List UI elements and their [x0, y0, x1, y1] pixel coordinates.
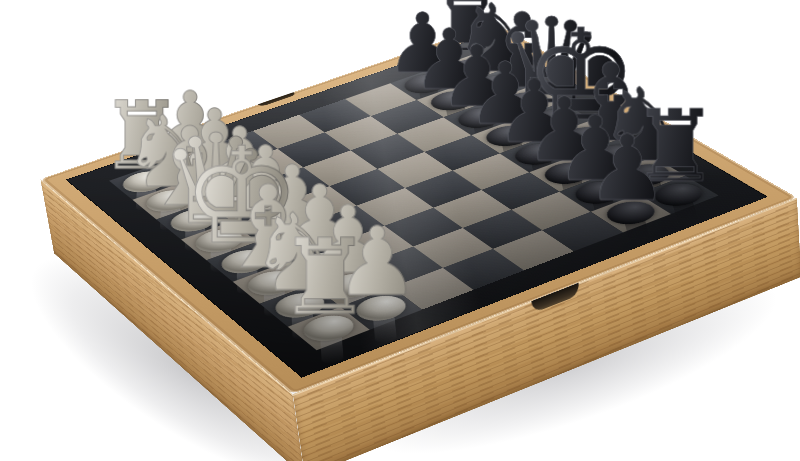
- board-square[interactable]: ♟: [591, 194, 671, 233]
- chess-set-photo: ♜♞♝♛♚♝♞♜♟♟♟♟♟♟♟♟♟♟♟♟♟♟♟♟♜♞♝♛♚♝♞♜: [0, 0, 800, 461]
- white-rook-glyph: ♜: [243, 225, 406, 329]
- board-square[interactable]: ♜: [288, 307, 370, 350]
- board-square[interactable]: [542, 212, 623, 251]
- black-pawn-glyph: ♟: [550, 123, 705, 214]
- piece-reflection: [622, 211, 651, 245]
